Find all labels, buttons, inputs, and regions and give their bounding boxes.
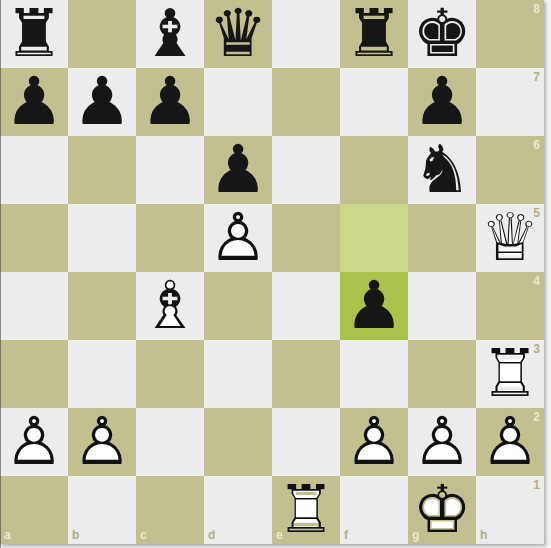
square-f3[interactable]: [340, 340, 408, 408]
square-f2[interactable]: ♟♙: [340, 408, 408, 476]
square-b4[interactable]: [68, 272, 136, 340]
white-bishop[interactable]: ♗: [136, 272, 204, 340]
square-a1[interactable]: a: [0, 476, 68, 544]
square-e8[interactable]: [272, 0, 340, 68]
square-d1[interactable]: d: [204, 476, 272, 544]
white-rook[interactable]: ♖: [272, 476, 340, 544]
white-pawn[interactable]: ♙: [340, 408, 408, 476]
square-b3[interactable]: [68, 340, 136, 408]
rank-label-1: 1: [533, 479, 540, 491]
file-label-h: h: [480, 529, 487, 541]
square-h1[interactable]: 1h: [476, 476, 544, 544]
white-king[interactable]: ♔: [408, 476, 476, 544]
square-d6[interactable]: ♟: [204, 136, 272, 204]
square-d5[interactable]: ♟♙: [204, 204, 272, 272]
file-label-b: b: [72, 529, 79, 541]
square-e6[interactable]: [272, 136, 340, 204]
square-c4[interactable]: ♝♗: [136, 272, 204, 340]
square-g3[interactable]: [408, 340, 476, 408]
square-f6[interactable]: [340, 136, 408, 204]
black-pawn[interactable]: ♟: [0, 68, 68, 136]
black-king[interactable]: ♚: [408, 0, 476, 68]
square-e1[interactable]: e♜♖: [272, 476, 340, 544]
square-c6[interactable]: [136, 136, 204, 204]
square-a5[interactable]: [0, 204, 68, 272]
square-e4[interactable]: [272, 272, 340, 340]
square-h6[interactable]: 6: [476, 136, 544, 204]
square-b1[interactable]: b: [68, 476, 136, 544]
file-label-d: d: [208, 529, 215, 541]
square-c3[interactable]: [136, 340, 204, 408]
square-d4[interactable]: [204, 272, 272, 340]
black-rook[interactable]: ♜: [0, 0, 68, 68]
square-a2[interactable]: ♟♙: [0, 408, 68, 476]
square-h5[interactable]: 5♛♕: [476, 204, 544, 272]
square-f8[interactable]: ♜: [340, 0, 408, 68]
square-f1[interactable]: f: [340, 476, 408, 544]
square-d7[interactable]: [204, 68, 272, 136]
black-knight[interactable]: ♞: [408, 136, 476, 204]
square-h7[interactable]: 7: [476, 68, 544, 136]
square-f7[interactable]: [340, 68, 408, 136]
square-b7[interactable]: ♟: [68, 68, 136, 136]
white-pawn[interactable]: ♙: [68, 408, 136, 476]
file-label-f: f: [344, 529, 348, 541]
square-c7[interactable]: ♟: [136, 68, 204, 136]
chess-board: ♜♝♛♜♚8♟♟♟♟7♟♞6♟♙5♛♕♝♗♟43♜♖♟♙♟♙♟♙♟♙2♟♙abc…: [0, 0, 544, 544]
white-pawn[interactable]: ♙: [476, 408, 544, 476]
rank-label-7: 7: [533, 71, 540, 83]
black-pawn[interactable]: ♟: [68, 68, 136, 136]
white-pawn[interactable]: ♙: [0, 408, 68, 476]
square-c5[interactable]: [136, 204, 204, 272]
black-pawn[interactable]: ♟: [408, 68, 476, 136]
square-g4[interactable]: [408, 272, 476, 340]
square-c2[interactable]: [136, 408, 204, 476]
square-h2[interactable]: 2♟♙: [476, 408, 544, 476]
square-f5[interactable]: [340, 204, 408, 272]
square-a3[interactable]: [0, 340, 68, 408]
white-pawn[interactable]: ♙: [204, 204, 272, 272]
square-g8[interactable]: ♚: [408, 0, 476, 68]
square-a7[interactable]: ♟: [0, 68, 68, 136]
square-e7[interactable]: [272, 68, 340, 136]
square-c8[interactable]: ♝: [136, 0, 204, 68]
white-queen[interactable]: ♕: [476, 204, 544, 272]
white-rook[interactable]: ♖: [476, 340, 544, 408]
square-d8[interactable]: ♛: [204, 0, 272, 68]
square-h8[interactable]: 8: [476, 0, 544, 68]
square-d2[interactable]: [204, 408, 272, 476]
square-b6[interactable]: [68, 136, 136, 204]
square-g5[interactable]: [408, 204, 476, 272]
square-g6[interactable]: ♞: [408, 136, 476, 204]
black-bishop[interactable]: ♝: [136, 0, 204, 68]
chess-app-page: ♜♝♛♜♚8♟♟♟♟7♟♞6♟♙5♛♕♝♗♟43♜♖♟♙♟♙♟♙♟♙2♟♙abc…: [0, 0, 551, 548]
square-c1[interactable]: c: [136, 476, 204, 544]
file-label-c: c: [140, 529, 147, 541]
black-pawn[interactable]: ♟: [340, 272, 408, 340]
square-b5[interactable]: [68, 204, 136, 272]
white-pawn[interactable]: ♙: [408, 408, 476, 476]
square-e2[interactable]: [272, 408, 340, 476]
square-a6[interactable]: [0, 136, 68, 204]
rank-label-6: 6: [533, 139, 540, 151]
square-h4[interactable]: 4: [476, 272, 544, 340]
square-e5[interactable]: [272, 204, 340, 272]
square-a4[interactable]: [0, 272, 68, 340]
window-left-edge: [0, 0, 1, 548]
square-b2[interactable]: ♟♙: [68, 408, 136, 476]
file-label-a: a: [4, 529, 11, 541]
rank-label-8: 8: [533, 3, 540, 15]
black-pawn[interactable]: ♟: [204, 136, 272, 204]
black-queen[interactable]: ♛: [204, 0, 272, 68]
square-g2[interactable]: ♟♙: [408, 408, 476, 476]
square-g7[interactable]: ♟: [408, 68, 476, 136]
square-g1[interactable]: g♚♔: [408, 476, 476, 544]
square-e3[interactable]: [272, 340, 340, 408]
rank-label-4: 4: [533, 275, 540, 287]
black-rook[interactable]: ♜: [340, 0, 408, 68]
black-pawn[interactable]: ♟: [136, 68, 204, 136]
square-b8[interactable]: [68, 0, 136, 68]
square-h3[interactable]: 3♜♖: [476, 340, 544, 408]
square-f4[interactable]: ♟: [340, 272, 408, 340]
square-d3[interactable]: [204, 340, 272, 408]
square-a8[interactable]: ♜: [0, 0, 68, 68]
